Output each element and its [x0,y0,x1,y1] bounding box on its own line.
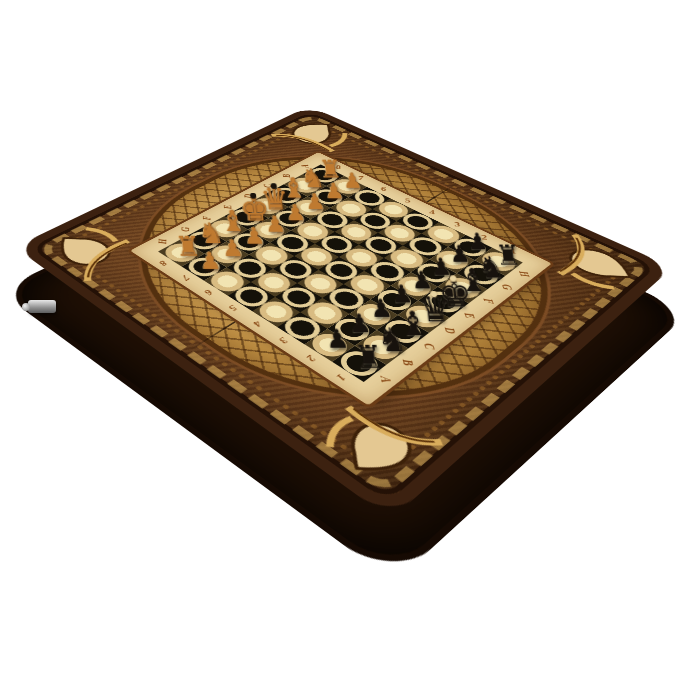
piece-light-pawn: ♟ [304,191,326,213]
piece-light-rook: ♜ [174,233,201,260]
piece-dark-pawn: ♟ [368,296,393,321]
piece-dark-pawn: ♟ [324,326,350,352]
hinge-pin [22,303,30,311]
piece-light-pawn: ♟ [198,250,222,273]
board-3d: HGFEDCBA8♜♞♝♚♛♝♞♜87♟♟♟♟♟♟♟♟7665544332♟♟♟… [14,106,672,520]
board-wrap: HGFEDCBA8♜♞♝♚♛♝♞♜87♟♟♟♟♟♟♟♟7665544332♟♟♟… [42,26,636,488]
scene: HGFEDCBA8♜♞♝♚♛♝♞♜87♟♟♟♟♟♟♟♟7665544332♟♟♟… [0,0,700,700]
piece-light-pawn: ♟ [264,214,286,236]
piece-light-pawn: ♟ [342,171,363,192]
piece-light-pawn: ♟ [243,225,266,248]
piece-light-pawn: ♟ [285,202,307,224]
piece-light-knight: ♞ [196,219,225,248]
hinge-clasp [28,300,56,313]
piece-light-pawn: ♟ [221,237,244,260]
board-top-face: HGFEDCBA8♜♞♝♚♛♝♞♜87♟♟♟♟♟♟♟♟7665544332♟♟♟… [14,106,672,520]
piece-dark-pawn: ♟ [347,311,373,337]
piece-light-pawn: ♟ [324,181,345,202]
piece-dark-rook: ♜ [353,341,385,372]
